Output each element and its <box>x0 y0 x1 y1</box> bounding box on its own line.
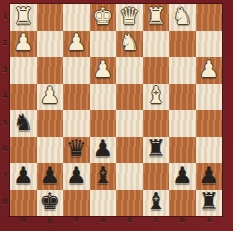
rank-label-7: 7 <box>0 163 10 190</box>
square-f1[interactable] <box>63 4 90 31</box>
square-a4[interactable] <box>196 84 223 111</box>
square-d6[interactable] <box>116 137 143 164</box>
square-e8[interactable] <box>90 190 117 217</box>
square-g4[interactable]: ♟ <box>37 84 64 111</box>
file-label-b: b <box>169 215 196 227</box>
file-labels: hgfedcba <box>10 215 222 227</box>
file-label-g: g <box>37 215 64 227</box>
rank-label-3: 3 <box>0 57 10 84</box>
black-pawn: ♟ <box>198 164 219 187</box>
square-b8[interactable] <box>169 190 196 217</box>
black-pawn: ♟ <box>66 164 87 187</box>
square-d3[interactable] <box>116 57 143 84</box>
square-h6[interactable] <box>10 137 37 164</box>
square-e5[interactable] <box>90 110 117 137</box>
square-f7[interactable]: ♟ <box>63 163 90 190</box>
square-h3[interactable] <box>10 57 37 84</box>
square-e3[interactable]: ♟ <box>90 57 117 84</box>
rank-labels: 12345678 <box>0 4 10 216</box>
square-d5[interactable] <box>116 110 143 137</box>
black-queen: ♛ <box>66 137 87 160</box>
square-d4[interactable] <box>116 84 143 111</box>
square-a3[interactable]: ♟ <box>196 57 223 84</box>
square-f5[interactable] <box>63 110 90 137</box>
black-pawn: ♟ <box>172 164 193 187</box>
black-king: ♚ <box>39 190 60 213</box>
square-g6[interactable] <box>37 137 64 164</box>
white-knight: ♞ <box>119 31 140 54</box>
white-king: ♚ <box>92 5 113 28</box>
black-rook: ♜ <box>198 190 219 213</box>
file-label-d: d <box>116 215 143 227</box>
white-bishop: ♝ <box>145 84 166 107</box>
square-c7[interactable] <box>143 163 170 190</box>
square-h4[interactable] <box>10 84 37 111</box>
square-e2[interactable] <box>90 31 117 58</box>
rank-label-4: 4 <box>0 84 10 111</box>
black-rook: ♜ <box>145 137 166 160</box>
rank-label-2: 2 <box>0 31 10 58</box>
square-b6[interactable] <box>169 137 196 164</box>
square-g7[interactable]: ♟ <box>37 163 64 190</box>
black-knight: ♞ <box>13 111 34 134</box>
square-b7[interactable]: ♟ <box>169 163 196 190</box>
square-d1[interactable]: ♛ <box>116 4 143 31</box>
square-c6[interactable]: ♜ <box>143 137 170 164</box>
rank-label-6: 6 <box>0 137 10 164</box>
white-pawn: ♟ <box>66 31 87 54</box>
square-c2[interactable] <box>143 31 170 58</box>
square-h8[interactable] <box>10 190 37 217</box>
white-knight: ♞ <box>172 5 193 28</box>
white-rook: ♜ <box>13 5 34 28</box>
square-h7[interactable]: ♟ <box>10 163 37 190</box>
square-h5[interactable]: ♞ <box>10 110 37 137</box>
square-f4[interactable] <box>63 84 90 111</box>
square-f2[interactable]: ♟ <box>63 31 90 58</box>
black-pawn: ♟ <box>13 164 34 187</box>
square-c1[interactable]: ♜ <box>143 4 170 31</box>
square-g1[interactable] <box>37 4 64 31</box>
black-pawn: ♟ <box>39 164 60 187</box>
file-label-c: c <box>143 215 170 227</box>
white-pawn: ♟ <box>39 84 60 107</box>
square-c8[interactable]: ♝ <box>143 190 170 217</box>
chess-board-frame: ♜♚♛♜♞♟♟♞♟♟♟♝♞♛♟♜♟♟♟♝♟♟♚♝♜ 12345678 hgfed… <box>0 0 233 231</box>
square-b1[interactable]: ♞ <box>169 4 196 31</box>
square-b5[interactable] <box>169 110 196 137</box>
square-c3[interactable] <box>143 57 170 84</box>
square-e6[interactable]: ♟ <box>90 137 117 164</box>
square-g8[interactable]: ♚ <box>37 190 64 217</box>
white-pawn: ♟ <box>13 31 34 54</box>
square-g5[interactable] <box>37 110 64 137</box>
square-c4[interactable]: ♝ <box>143 84 170 111</box>
square-a8[interactable]: ♜ <box>196 190 223 217</box>
rank-label-5: 5 <box>0 110 10 137</box>
square-f3[interactable] <box>63 57 90 84</box>
square-c5[interactable] <box>143 110 170 137</box>
square-a1[interactable] <box>196 4 223 31</box>
square-e1[interactable]: ♚ <box>90 4 117 31</box>
square-e7[interactable]: ♝ <box>90 163 117 190</box>
square-a2[interactable] <box>196 31 223 58</box>
rank-label-1: 1 <box>0 4 10 31</box>
square-f6[interactable]: ♛ <box>63 137 90 164</box>
white-rook: ♜ <box>145 5 166 28</box>
black-bishop: ♝ <box>92 164 113 187</box>
square-d8[interactable] <box>116 190 143 217</box>
square-h2[interactable]: ♟ <box>10 31 37 58</box>
square-b4[interactable] <box>169 84 196 111</box>
square-d2[interactable]: ♞ <box>116 31 143 58</box>
square-g2[interactable] <box>37 31 64 58</box>
square-a6[interactable] <box>196 137 223 164</box>
square-h1[interactable]: ♜ <box>10 4 37 31</box>
file-label-e: e <box>90 215 117 227</box>
square-g3[interactable] <box>37 57 64 84</box>
black-pawn: ♟ <box>92 137 113 160</box>
file-label-h: h <box>10 215 37 227</box>
square-a5[interactable] <box>196 110 223 137</box>
square-b2[interactable] <box>169 31 196 58</box>
file-label-a: a <box>196 215 223 227</box>
white-pawn: ♟ <box>92 58 113 81</box>
file-label-f: f <box>63 215 90 227</box>
white-queen: ♛ <box>119 5 140 28</box>
square-f8[interactable] <box>63 190 90 217</box>
chess-board: ♜♚♛♜♞♟♟♞♟♟♟♝♞♛♟♜♟♟♟♝♟♟♚♝♜ <box>10 4 222 216</box>
white-pawn: ♟ <box>198 58 219 81</box>
square-a7[interactable]: ♟ <box>196 163 223 190</box>
rank-label-8: 8 <box>0 190 10 217</box>
square-d7[interactable] <box>116 163 143 190</box>
square-e4[interactable] <box>90 84 117 111</box>
square-b3[interactable] <box>169 57 196 84</box>
black-bishop: ♝ <box>145 190 166 213</box>
